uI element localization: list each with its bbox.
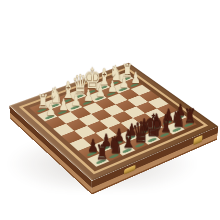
board-3d: ♜♞♝♛♚♝♞♜♟♟♟♟♟♟♟♟♟♟♟♟♟♟♟♟♜♞♝♛♚♝♞♜	[9, 63, 218, 181]
piece-white-pawn: ♟	[45, 102, 55, 118]
board-frame: ♜♞♝♛♚♝♞♜♟♟♟♟♟♟♟♟♟♟♟♟♟♟♟♟♜♞♝♛♚♝♞♜	[9, 63, 218, 181]
piece-black-knight: ♞	[107, 134, 122, 158]
scene: ♜♞♝♛♚♝♞♜♟♟♟♟♟♟♟♟♟♟♟♟♟♟♟♟♜♞♝♛♚♝♞♜	[0, 0, 220, 220]
product-photo: ♜♞♝♛♚♝♞♜♟♟♟♟♟♟♟♟♟♟♟♟♟♟♟♟♜♞♝♛♚♝♞♜	[0, 0, 220, 220]
piece-white-pawn: ♟	[83, 88, 93, 104]
piece-white-pawn: ♟	[107, 79, 117, 94]
piece-black-rook: ♜	[95, 142, 108, 162]
piece-white-pawn: ♟	[58, 97, 68, 113]
frame-inlay-stripe: ♜♞♝♛♚♝♞♜♟♟♟♟♟♟♟♟♟♟♟♟♟♟♟♟♜♞♝♛♚♝♞♜	[19, 67, 209, 174]
brass-hinge	[124, 165, 135, 175]
piece-white-pawn: ♟	[95, 84, 105, 100]
piece-white-pawn: ♟	[71, 93, 81, 109]
piece-white-pawn: ♟	[130, 71, 140, 86]
brass-clasp	[193, 135, 202, 145]
piece-white-pawn: ♟	[119, 75, 129, 90]
